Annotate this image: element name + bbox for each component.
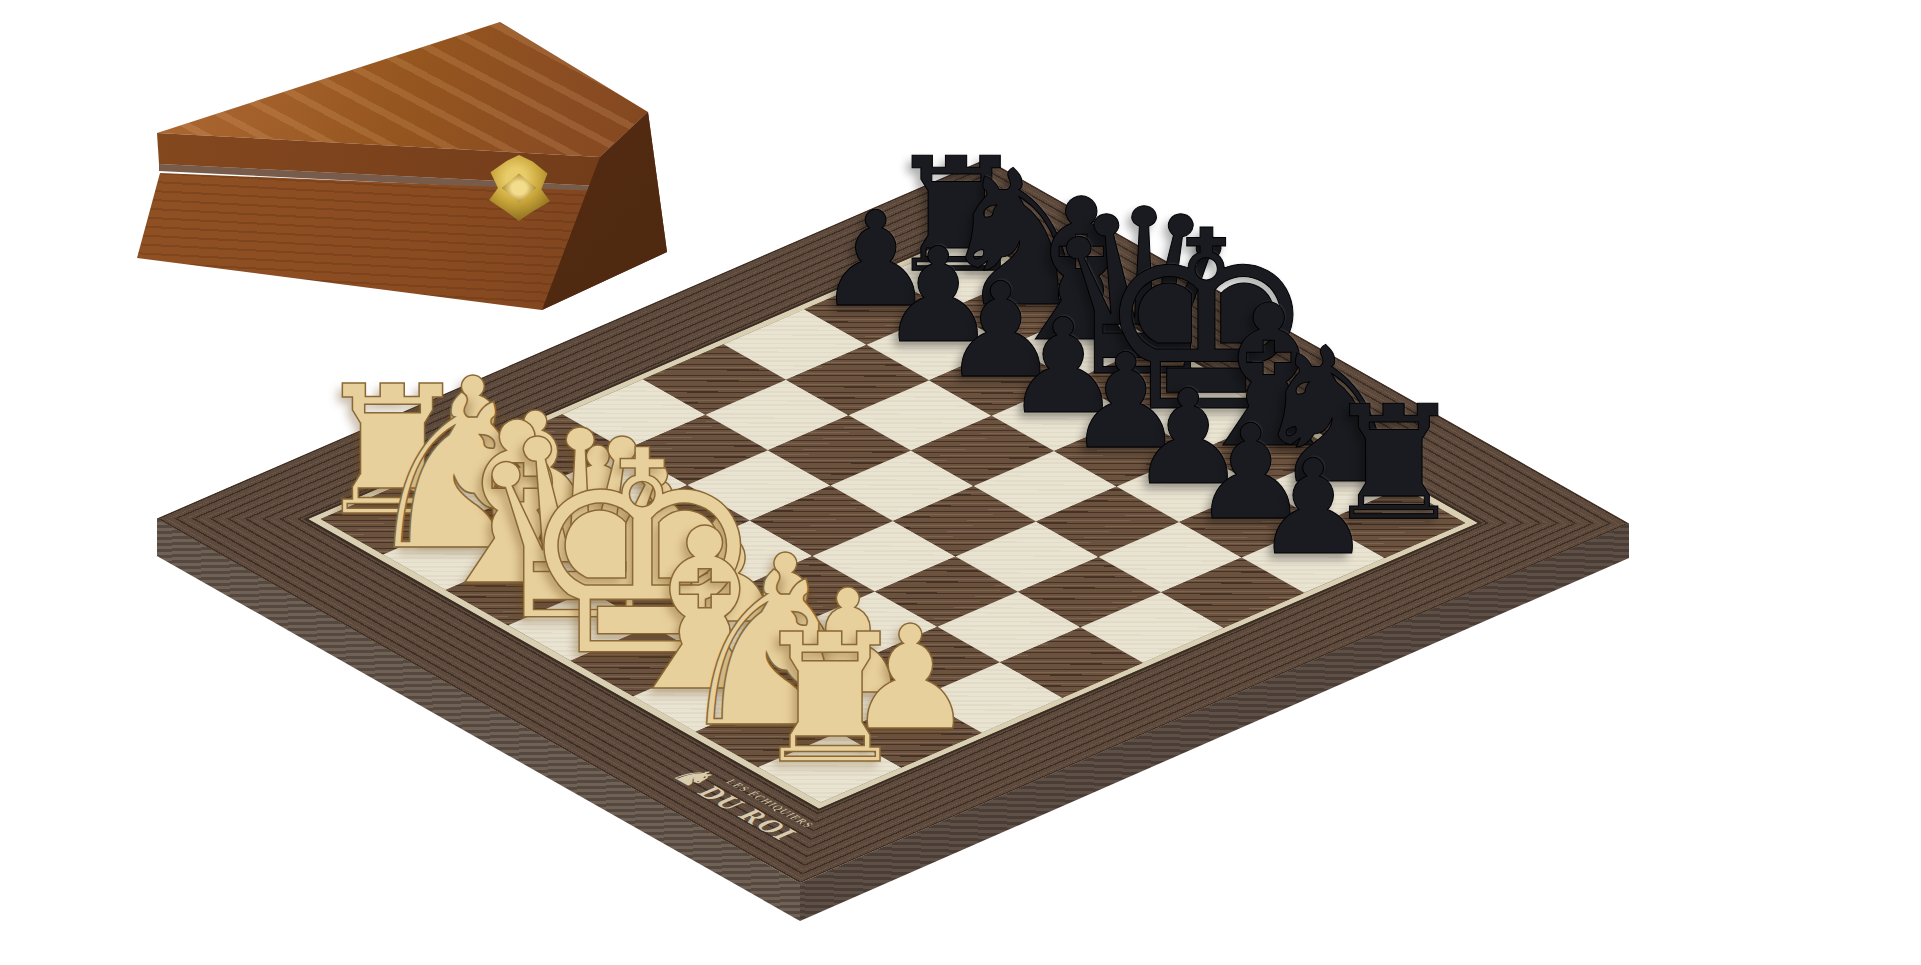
product-photo-scene: ♞ LES ÉCHIQUIERS DU ROI ♜♟♟♜♞♟♟♞♝♟♟♝♛♟♟♛… [0, 0, 1921, 965]
storage-box [130, 5, 690, 335]
